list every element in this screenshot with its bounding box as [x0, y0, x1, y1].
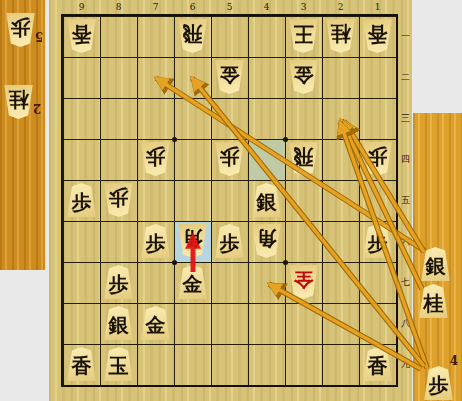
piece-glyph: 銀 [109, 311, 129, 335]
piece-glyph: 歩 [368, 147, 388, 171]
white-hand-count-桂: 2 [31, 101, 43, 115]
piece-glyph: 歩 [220, 229, 240, 253]
piece-glyph: 飛 [294, 147, 314, 171]
piece-glyph: 全 [294, 270, 314, 294]
file-label-3: 3 [294, 2, 314, 12]
rank-label-三: 三 [399, 112, 412, 125]
file-label-6: 6 [183, 2, 203, 12]
piece-glyph: 王 [294, 24, 314, 48]
file-label-2: 2 [331, 2, 351, 12]
piece-glyph: 歩 [146, 147, 166, 171]
rank-label-七: 七 [399, 276, 412, 289]
file-label-1: 1 [368, 2, 388, 12]
black-hand-count-歩: 4 [448, 354, 460, 368]
rank-label-四: 四 [399, 153, 412, 166]
rank-label-一: 一 [399, 30, 412, 43]
piece-glyph: 銀 [426, 252, 446, 276]
piece-glyph: 角 [257, 229, 277, 253]
piece-glyph: 歩 [368, 229, 388, 253]
piece-glyph: 桂 [331, 24, 351, 48]
hoshi-dot-3 [172, 260, 177, 265]
piece-glyph: 金 [220, 65, 240, 89]
hoshi-dot-4 [283, 260, 288, 265]
rank-label-六: 六 [399, 235, 412, 248]
rank-label-二: 二 [399, 71, 412, 84]
file-label-8: 8 [109, 2, 129, 12]
piece-glyph: 歩 [429, 371, 449, 395]
file-label-4: 4 [257, 2, 277, 12]
hoshi-dot-2 [283, 137, 288, 142]
piece-glyph: 玉 [109, 352, 129, 376]
piece-glyph: 香 [368, 352, 388, 376]
piece-glyph: 香 [72, 24, 92, 48]
piece-glyph: 香 [368, 24, 388, 48]
shogi-board-app: 987654321一二三四五六七八九524 香飛王桂香金金歩歩飛歩歩歩銀歩角歩角… [0, 0, 462, 401]
piece-glyph: 香 [72, 352, 92, 376]
piece-glyph: 歩 [109, 270, 129, 294]
rank-label-八: 八 [399, 317, 412, 330]
piece-glyph: 桂 [9, 90, 29, 114]
piece-glyph: 歩 [220, 147, 240, 171]
piece-glyph: 歩 [72, 188, 92, 212]
piece-glyph: 銀 [257, 188, 277, 212]
piece-glyph: 金 [146, 311, 166, 335]
piece-glyph: 歩 [11, 18, 31, 42]
file-label-9: 9 [72, 2, 92, 12]
piece-glyph: 飛 [183, 24, 203, 48]
piece-glyph: 歩 [146, 229, 166, 253]
rank-label-九: 九 [399, 358, 412, 371]
piece-glyph: 歩 [109, 188, 129, 212]
piece-glyph: 桂 [424, 289, 444, 313]
rank-label-五: 五 [399, 194, 412, 207]
piece-glyph: 金 [183, 270, 203, 294]
piece-glyph: 角 [183, 229, 203, 253]
file-label-5: 5 [220, 2, 240, 12]
highlight-4四 [249, 140, 285, 180]
white-hand-count-歩: 5 [33, 29, 45, 43]
piece-glyph: 金 [294, 65, 314, 89]
file-label-7: 7 [146, 2, 166, 12]
hoshi-dot-1 [172, 137, 177, 142]
